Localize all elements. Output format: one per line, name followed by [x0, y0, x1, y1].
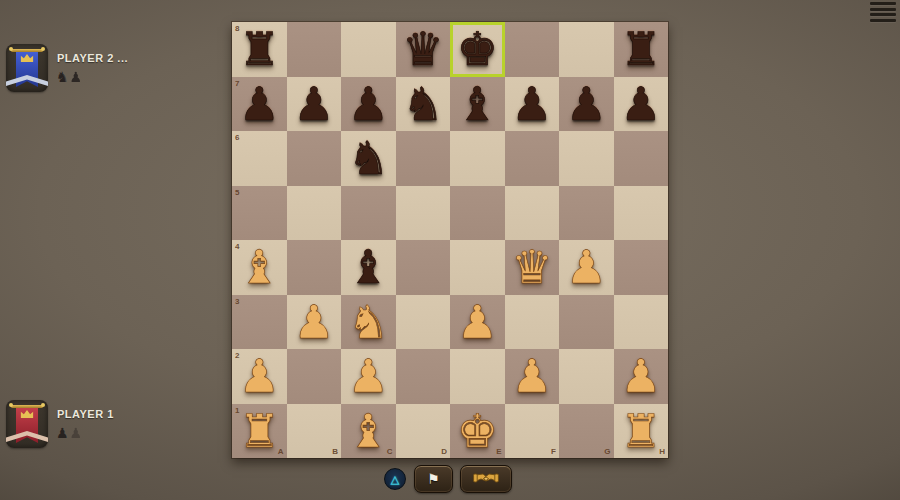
file-label: E: [496, 447, 501, 456]
square-h6[interactable]: [614, 131, 669, 186]
bottom-controls: △ ⚑: [384, 464, 519, 494]
square-b8[interactable]: [287, 22, 342, 77]
square-b3[interactable]: ♟: [287, 295, 342, 350]
piece-black-bishop: ♝: [450, 77, 505, 132]
square-e1[interactable]: E♚: [450, 404, 505, 459]
piece-white-pawn: ♟: [287, 295, 342, 350]
square-g7[interactable]: ♟: [559, 77, 614, 132]
resign-button[interactable]: ⚑: [414, 465, 453, 493]
square-c8[interactable]: [341, 22, 396, 77]
square-a1[interactable]: 1A♜: [232, 404, 287, 459]
handshake-icon: [473, 472, 499, 486]
piece-white-pawn: ♟: [559, 240, 614, 295]
square-e5[interactable]: [450, 186, 505, 241]
square-g1[interactable]: G: [559, 404, 614, 459]
square-h2[interactable]: ♟: [614, 349, 669, 404]
square-c5[interactable]: [341, 186, 396, 241]
square-h3[interactable]: [614, 295, 669, 350]
piece-black-pawn: ♟: [232, 77, 287, 132]
file-label: B: [332, 447, 338, 456]
square-g3[interactable]: [559, 295, 614, 350]
file-label: D: [441, 447, 447, 456]
banner-rod: [11, 405, 43, 408]
captured-piece-pawn: ♟: [56, 425, 70, 441]
square-a5[interactable]: 5: [232, 186, 287, 241]
square-b4[interactable]: [287, 240, 342, 295]
piece-white-pawn: ♟: [232, 349, 287, 404]
square-b6[interactable]: [287, 131, 342, 186]
ps-triangle-button-icon: △: [384, 468, 406, 490]
file-label: H: [659, 447, 665, 456]
piece-white-pawn: ♟: [614, 349, 669, 404]
square-c2[interactable]: ♟: [341, 349, 396, 404]
rank-label: 4: [235, 242, 239, 251]
rank-label: 1: [235, 406, 239, 415]
captured-piece-pawn: ♟: [70, 69, 84, 85]
piece-white-bishop: ♝: [232, 240, 287, 295]
square-d4[interactable]: [396, 240, 451, 295]
piece-white-pawn: ♟: [341, 349, 396, 404]
square-b7[interactable]: ♟: [287, 77, 342, 132]
square-g4[interactable]: ♟: [559, 240, 614, 295]
chess-board[interactable]: 8♜♛♚♜7♟♟♟♞♝♟♟♟6♞54♝♝♛♟3♟♞♟2♟♟♟♟1A♜BC♝DE♚…: [232, 22, 668, 458]
square-e6[interactable]: [450, 131, 505, 186]
square-f3[interactable]: [505, 295, 560, 350]
menu-bar: [870, 8, 896, 11]
square-f5[interactable]: [505, 186, 560, 241]
square-b1[interactable]: B: [287, 404, 342, 459]
menu-icon[interactable]: [870, 2, 896, 22]
square-d2[interactable]: [396, 349, 451, 404]
square-h1[interactable]: H♜: [614, 404, 669, 459]
square-f1[interactable]: F: [505, 404, 560, 459]
piece-white-pawn: ♟: [505, 349, 560, 404]
banner-rod: [11, 49, 43, 52]
square-c1[interactable]: C♝: [341, 404, 396, 459]
square-c3[interactable]: ♞: [341, 295, 396, 350]
square-a2[interactable]: 2♟: [232, 349, 287, 404]
square-h7[interactable]: ♟: [614, 77, 669, 132]
piece-black-rook: ♜: [614, 22, 669, 77]
square-f2[interactable]: ♟: [505, 349, 560, 404]
piece-black-pawn: ♟: [559, 77, 614, 132]
piece-white-pawn: ♟: [450, 295, 505, 350]
player2-name: PLAYER 2 ...: [57, 52, 128, 64]
piece-black-pawn: ♟: [287, 77, 342, 132]
square-d7[interactable]: ♞: [396, 77, 451, 132]
player1-name: PLAYER 1: [57, 408, 114, 420]
player2-captured-pieces: ♞♟: [56, 70, 83, 84]
square-a4[interactable]: 4♝: [232, 240, 287, 295]
piece-black-pawn: ♟: [341, 77, 396, 132]
file-label: G: [604, 447, 610, 456]
square-f6[interactable]: [505, 131, 560, 186]
captured-piece-pawn: ♟: [70, 425, 84, 441]
piece-black-pawn: ♟: [614, 77, 669, 132]
square-a7[interactable]: 7♟: [232, 77, 287, 132]
square-b5[interactable]: [287, 186, 342, 241]
rank-label: 2: [235, 351, 239, 360]
square-e3[interactable]: ♟: [450, 295, 505, 350]
square-h5[interactable]: [614, 186, 669, 241]
piece-black-queen: ♛: [396, 22, 451, 77]
square-b2[interactable]: [287, 349, 342, 404]
draw-offer-button[interactable]: [460, 465, 512, 493]
square-d1[interactable]: D: [396, 404, 451, 459]
piece-black-king: ♚: [450, 22, 505, 77]
menu-bar: [870, 2, 896, 5]
square-d8[interactable]: ♛: [396, 22, 451, 77]
square-a3[interactable]: 3: [232, 295, 287, 350]
menu-bar: [870, 13, 896, 16]
square-g6[interactable]: [559, 131, 614, 186]
square-g8[interactable]: [559, 22, 614, 77]
square-d3[interactable]: [396, 295, 451, 350]
square-c6[interactable]: ♞: [341, 131, 396, 186]
square-f4[interactable]: ♛: [505, 240, 560, 295]
menu-bar: [870, 19, 896, 22]
piece-white-knight: ♞: [341, 295, 396, 350]
rank-label: 6: [235, 133, 239, 142]
file-label: A: [278, 447, 284, 456]
piece-black-rook: ♜: [232, 22, 287, 77]
square-c7[interactable]: ♟: [341, 77, 396, 132]
flag-icon: ⚑: [427, 472, 440, 486]
file-label: C: [387, 447, 393, 456]
rank-label: 8: [235, 24, 239, 33]
square-e8[interactable]: ♚: [450, 22, 505, 77]
square-d6[interactable]: [396, 131, 451, 186]
piece-white-queen: ♛: [505, 240, 560, 295]
square-g5[interactable]: [559, 186, 614, 241]
piece-black-knight: ♞: [396, 77, 451, 132]
piece-black-bishop: ♝: [341, 240, 396, 295]
rank-label: 5: [235, 188, 239, 197]
player1-banner-icon: [6, 400, 48, 448]
square-f7[interactable]: ♟: [505, 77, 560, 132]
square-a8[interactable]: 8♜: [232, 22, 287, 77]
square-a6[interactable]: 6: [232, 131, 287, 186]
square-e2[interactable]: [450, 349, 505, 404]
square-h8[interactable]: ♜: [614, 22, 669, 77]
rank-label: 3: [235, 297, 239, 306]
square-h4[interactable]: [614, 240, 669, 295]
square-f8[interactable]: [505, 22, 560, 77]
rank-label: 7: [235, 79, 239, 88]
square-g2[interactable]: [559, 349, 614, 404]
square-e7[interactable]: ♝: [450, 77, 505, 132]
square-e4[interactable]: [450, 240, 505, 295]
captured-piece-knight: ♞: [56, 69, 70, 85]
square-d5[interactable]: [396, 186, 451, 241]
player2-banner-icon: [6, 44, 48, 92]
square-c4[interactable]: ♝: [341, 240, 396, 295]
piece-black-knight: ♞: [341, 131, 396, 186]
piece-black-pawn: ♟: [505, 77, 560, 132]
player1-captured-pieces: ♟♟: [56, 426, 83, 440]
file-label: F: [551, 447, 556, 456]
